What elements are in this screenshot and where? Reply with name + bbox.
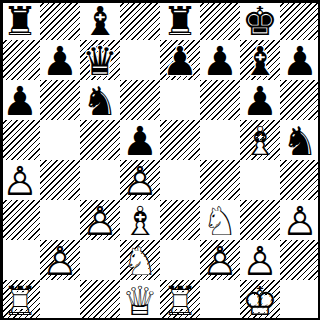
white-piece-outline: ♙ xyxy=(240,240,280,280)
piece-black-king: ♚ xyxy=(240,0,280,40)
square-a3[interactable] xyxy=(0,200,40,240)
square-f7[interactable]: ♟ xyxy=(200,40,240,80)
square-a8[interactable]: ♜ xyxy=(0,0,40,40)
piece-white-knight: ♞♘ xyxy=(120,240,160,280)
white-piece-outline: ♙ xyxy=(280,200,320,240)
square-h6[interactable] xyxy=(280,80,320,120)
square-d1[interactable]: ♛♕ xyxy=(120,280,160,320)
square-b4[interactable] xyxy=(40,160,80,200)
square-g1[interactable]: ♚♔ xyxy=(240,280,280,320)
square-f2[interactable]: ♟♙ xyxy=(200,240,240,280)
square-b1[interactable] xyxy=(40,280,80,320)
square-g7[interactable]: ♝ xyxy=(240,40,280,80)
black-piece-glyph: ♟ xyxy=(160,40,200,80)
square-e5[interactable] xyxy=(160,120,200,160)
piece-black-knight: ♞ xyxy=(280,120,320,160)
white-piece-outline: ♗ xyxy=(120,200,160,240)
square-d7[interactable] xyxy=(120,40,160,80)
square-h1[interactable] xyxy=(280,280,320,320)
square-c3[interactable]: ♟♙ xyxy=(80,200,120,240)
square-h2[interactable] xyxy=(280,240,320,280)
square-d4[interactable]: ♟♙ xyxy=(120,160,160,200)
square-b7[interactable]: ♟ xyxy=(40,40,80,80)
piece-white-pawn: ♟♙ xyxy=(0,160,40,200)
black-piece-glyph: ♜ xyxy=(160,0,200,40)
black-piece-glyph: ♛ xyxy=(80,40,120,80)
chess-board: ♜♝♜♚♟♛♟♟♝♟♟♞♟♟♝♗♞♟♙♟♙♟♙♝♗♞♘♟♙♟♙♞♘♟♙♟♙♜♖♛… xyxy=(0,0,320,320)
square-f4[interactable] xyxy=(200,160,240,200)
square-h8[interactable] xyxy=(280,0,320,40)
square-g5[interactable]: ♝♗ xyxy=(240,120,280,160)
white-piece-outline: ♙ xyxy=(0,160,40,200)
chess-diagram: ♜♝♜♚♟♛♟♟♝♟♟♞♟♟♝♗♞♟♙♟♙♟♙♝♗♞♘♟♙♟♙♞♘♟♙♟♙♜♖♛… xyxy=(0,0,320,320)
square-d8[interactable] xyxy=(120,0,160,40)
square-a5[interactable] xyxy=(0,120,40,160)
black-piece-glyph: ♞ xyxy=(280,120,320,160)
piece-white-rook: ♜♖ xyxy=(0,280,40,320)
piece-white-pawn: ♟♙ xyxy=(40,240,80,280)
square-h7[interactable]: ♟ xyxy=(280,40,320,80)
square-a1[interactable]: ♜♖ xyxy=(0,280,40,320)
piece-white-knight: ♞♘ xyxy=(200,200,240,240)
black-piece-glyph: ♞ xyxy=(80,80,120,120)
black-piece-glyph: ♟ xyxy=(120,120,160,160)
square-c1[interactable] xyxy=(80,280,120,320)
square-e4[interactable] xyxy=(160,160,200,200)
piece-black-knight: ♞ xyxy=(80,80,120,120)
piece-white-pawn: ♟♙ xyxy=(120,160,160,200)
square-g4[interactable] xyxy=(240,160,280,200)
square-f1[interactable] xyxy=(200,280,240,320)
square-c4[interactable] xyxy=(80,160,120,200)
black-piece-glyph: ♟ xyxy=(280,40,320,80)
square-c5[interactable] xyxy=(80,120,120,160)
square-f6[interactable] xyxy=(200,80,240,120)
piece-white-bishop: ♝♗ xyxy=(240,120,280,160)
square-d5[interactable]: ♟ xyxy=(120,120,160,160)
square-c7[interactable]: ♛ xyxy=(80,40,120,80)
square-d6[interactable] xyxy=(120,80,160,120)
black-piece-glyph: ♟ xyxy=(40,40,80,80)
square-f3[interactable]: ♞♘ xyxy=(200,200,240,240)
white-piece-outline: ♙ xyxy=(200,240,240,280)
piece-white-pawn: ♟♙ xyxy=(240,240,280,280)
square-g6[interactable]: ♟ xyxy=(240,80,280,120)
white-piece-outline: ♘ xyxy=(120,240,160,280)
square-g3[interactable] xyxy=(240,200,280,240)
white-piece-outline: ♔ xyxy=(240,280,280,320)
square-e8[interactable]: ♜ xyxy=(160,0,200,40)
square-b3[interactable] xyxy=(40,200,80,240)
piece-white-pawn: ♟♙ xyxy=(80,200,120,240)
black-piece-glyph: ♝ xyxy=(80,0,120,40)
square-b6[interactable] xyxy=(40,80,80,120)
piece-white-pawn: ♟♙ xyxy=(280,200,320,240)
piece-black-pawn: ♟ xyxy=(240,80,280,120)
square-h4[interactable] xyxy=(280,160,320,200)
square-e7[interactable]: ♟ xyxy=(160,40,200,80)
square-a7[interactable] xyxy=(0,40,40,80)
square-e3[interactable] xyxy=(160,200,200,240)
white-piece-outline: ♖ xyxy=(160,280,200,320)
piece-black-bishop: ♝ xyxy=(80,0,120,40)
piece-white-rook: ♜♖ xyxy=(160,280,200,320)
white-piece-outline: ♙ xyxy=(80,200,120,240)
square-a6[interactable]: ♟ xyxy=(0,80,40,120)
square-a2[interactable] xyxy=(0,240,40,280)
piece-white-king: ♚♔ xyxy=(240,280,280,320)
square-f8[interactable] xyxy=(200,0,240,40)
white-piece-outline: ♙ xyxy=(40,240,80,280)
piece-black-pawn: ♟ xyxy=(120,120,160,160)
white-piece-outline: ♕ xyxy=(120,280,160,320)
piece-black-rook: ♜ xyxy=(0,0,40,40)
piece-white-bishop: ♝♗ xyxy=(120,200,160,240)
square-c8[interactable]: ♝ xyxy=(80,0,120,40)
square-e1[interactable]: ♜♖ xyxy=(160,280,200,320)
square-d2[interactable]: ♞♘ xyxy=(120,240,160,280)
white-piece-outline: ♘ xyxy=(200,200,240,240)
square-h5[interactable]: ♞ xyxy=(280,120,320,160)
black-piece-glyph: ♜ xyxy=(0,0,40,40)
square-e2[interactable] xyxy=(160,240,200,280)
piece-white-pawn: ♟♙ xyxy=(200,240,240,280)
square-h3[interactable]: ♟♙ xyxy=(280,200,320,240)
piece-black-pawn: ♟ xyxy=(160,40,200,80)
piece-black-pawn: ♟ xyxy=(200,40,240,80)
square-b8[interactable] xyxy=(40,0,80,40)
black-piece-glyph: ♝ xyxy=(240,40,280,80)
black-piece-glyph: ♟ xyxy=(240,80,280,120)
square-g2[interactable]: ♟♙ xyxy=(240,240,280,280)
piece-black-queen: ♛ xyxy=(80,40,120,80)
black-piece-glyph: ♟ xyxy=(200,40,240,80)
white-piece-outline: ♗ xyxy=(240,120,280,160)
black-piece-glyph: ♟ xyxy=(0,80,40,120)
white-piece-outline: ♙ xyxy=(120,160,160,200)
piece-black-pawn: ♟ xyxy=(280,40,320,80)
square-a4[interactable]: ♟♙ xyxy=(0,160,40,200)
piece-black-bishop: ♝ xyxy=(240,40,280,80)
square-c6[interactable]: ♞ xyxy=(80,80,120,120)
piece-black-rook: ♜ xyxy=(160,0,200,40)
black-piece-glyph: ♚ xyxy=(240,0,280,40)
piece-white-queen: ♛♕ xyxy=(120,280,160,320)
piece-black-pawn: ♟ xyxy=(40,40,80,80)
square-d3[interactable]: ♝♗ xyxy=(120,200,160,240)
piece-black-pawn: ♟ xyxy=(0,80,40,120)
white-piece-outline: ♖ xyxy=(0,280,40,320)
square-g8[interactable]: ♚ xyxy=(240,0,280,40)
square-c2[interactable] xyxy=(80,240,120,280)
square-f5[interactable] xyxy=(200,120,240,160)
square-e6[interactable] xyxy=(160,80,200,120)
square-b5[interactable] xyxy=(40,120,80,160)
square-b2[interactable]: ♟♙ xyxy=(40,240,80,280)
